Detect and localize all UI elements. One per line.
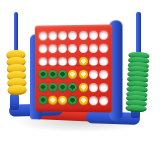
empty-hole <box>69 57 78 66</box>
board-cell-e5 <box>78 42 88 55</box>
board-cell-c2 <box>58 81 68 94</box>
green-disc <box>48 70 57 79</box>
board-cell-a4 <box>38 55 48 68</box>
board-cell-b1 <box>48 94 58 107</box>
board-cell-g3 <box>99 68 109 81</box>
green-disc <box>48 83 57 92</box>
green-disc <box>58 70 67 79</box>
board-cell-f1 <box>88 94 98 107</box>
empty-hole <box>48 57 57 66</box>
green-disc <box>38 83 47 92</box>
board-cell-d1 <box>68 94 78 107</box>
board-cell-d5 <box>68 42 78 55</box>
green-stack-pole <box>136 12 141 56</box>
frame-left-foot-tip <box>10 93 19 110</box>
empty-hole <box>58 31 67 40</box>
empty-hole <box>69 44 78 53</box>
empty-hole <box>38 44 47 53</box>
empty-hole <box>79 31 88 40</box>
yellow-disc <box>79 57 88 66</box>
board-cell-d4 <box>68 55 78 68</box>
empty-hole <box>89 44 98 53</box>
empty-hole <box>99 96 108 105</box>
green-disc-stack <box>125 51 149 112</box>
green-disc <box>38 96 47 105</box>
board-cell-a2 <box>38 81 48 94</box>
board-cell-d3 <box>68 68 78 81</box>
empty-hole <box>48 44 57 53</box>
yellow-disc <box>58 96 67 105</box>
empty-hole <box>48 31 57 40</box>
yellow-disc <box>79 83 88 92</box>
empty-hole <box>79 44 88 53</box>
empty-hole <box>38 31 47 40</box>
board-cell-e4 <box>78 55 88 68</box>
empty-hole <box>99 44 108 53</box>
board-cell-b2 <box>48 81 58 94</box>
board-grid <box>38 28 109 107</box>
empty-hole <box>99 83 108 92</box>
board-cell-a1 <box>38 94 48 107</box>
product-photo-giant-connect-four <box>0 0 160 160</box>
board-cell-g2 <box>99 81 109 94</box>
board-cell-b4 <box>48 55 58 68</box>
yellow-disc <box>79 70 88 79</box>
spare-disc <box>7 85 26 96</box>
board-cell-f4 <box>88 55 98 68</box>
board-cell-g1 <box>99 94 109 107</box>
green-disc <box>58 83 67 92</box>
empty-hole <box>58 57 67 66</box>
yellow-disc-stack <box>6 50 27 96</box>
board-cell-f3 <box>88 68 98 81</box>
connect-four-board <box>35 24 112 112</box>
yellow-disc <box>48 96 57 105</box>
yellow-disc <box>79 96 88 105</box>
board-cell-a5 <box>38 42 48 55</box>
empty-hole <box>89 96 98 105</box>
board-cell-a3 <box>38 68 48 81</box>
green-disc <box>38 70 47 79</box>
board-cell-g6 <box>99 28 109 41</box>
board-cell-e6 <box>78 29 88 42</box>
board-assembly <box>30 20 123 123</box>
empty-hole <box>69 31 78 40</box>
yellow-stack-pole <box>14 12 18 54</box>
green-disc <box>69 83 78 92</box>
empty-hole <box>58 44 67 53</box>
board-cell-c3 <box>58 68 68 81</box>
board-cell-f2 <box>88 81 98 94</box>
board-cell-c5 <box>58 42 68 55</box>
empty-hole <box>99 70 108 79</box>
board-cell-e2 <box>78 81 88 94</box>
board-cell-g4 <box>99 55 109 68</box>
board-cell-b6 <box>48 29 58 42</box>
board-cell-d6 <box>68 29 78 42</box>
board-cell-d2 <box>68 81 78 94</box>
board-cell-f6 <box>88 29 98 42</box>
board-cell-f5 <box>88 42 98 55</box>
spare-disc <box>125 104 146 112</box>
board-cell-c1 <box>58 94 68 107</box>
empty-hole <box>89 70 98 79</box>
board-cell-c6 <box>58 29 68 42</box>
board-cell-c4 <box>58 55 68 68</box>
board-cell-g5 <box>99 42 109 55</box>
yellow-disc <box>69 70 78 79</box>
empty-hole <box>89 57 98 66</box>
empty-hole <box>89 31 98 40</box>
green-disc <box>69 96 78 105</box>
empty-hole <box>38 57 47 66</box>
board-cell-b3 <box>48 68 58 81</box>
board-cell-e1 <box>78 94 88 107</box>
empty-hole <box>99 57 108 66</box>
empty-hole <box>99 31 108 40</box>
board-cell-e3 <box>78 68 88 81</box>
empty-hole <box>89 83 98 92</box>
board-cell-a6 <box>38 29 48 42</box>
board-cell-b5 <box>48 42 58 55</box>
